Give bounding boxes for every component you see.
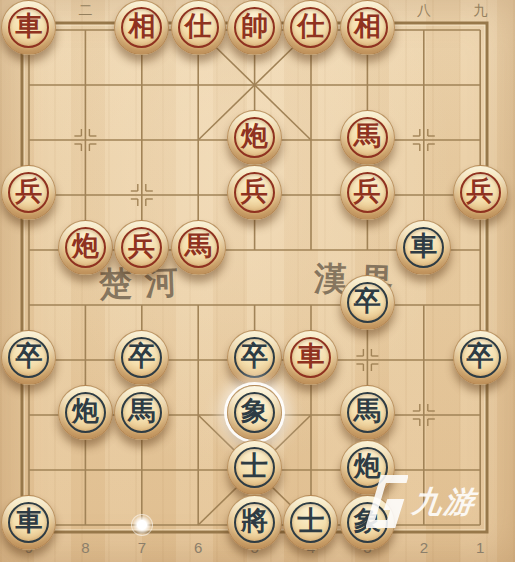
piece-red-horse[interactable]: 馬 <box>171 220 226 275</box>
piece-black-cannon[interactable]: 炮 <box>58 385 113 440</box>
piece-glyph: 兵 <box>15 178 42 205</box>
piece-ring: 兵 <box>8 172 49 213</box>
piece-glyph: 馬 <box>128 398 155 425</box>
piece-ring: 卒 <box>460 337 501 378</box>
piece-glyph: 將 <box>241 508 268 535</box>
piece-black-pawn[interactable]: 卒 <box>114 330 169 385</box>
piece-glyph: 兵 <box>241 178 268 205</box>
piece-black-chariot[interactable]: 車 <box>1 495 56 550</box>
piece-ring: 車 <box>8 502 49 543</box>
piece-ring: 馬 <box>178 227 219 268</box>
piece-black-pawn[interactable]: 卒 <box>1 330 56 385</box>
piece-glyph: 仕 <box>185 13 212 40</box>
piece-ring: 兵 <box>121 227 162 268</box>
piece-ring: 兵 <box>234 172 275 213</box>
piece-black-cannon[interactable]: 炮 <box>340 440 395 495</box>
piece-black-pawn[interactable]: 卒 <box>340 275 395 330</box>
piece-ring: 象 <box>234 392 275 433</box>
piece-glyph: 炮 <box>354 453 381 480</box>
piece-ring: 卒 <box>8 337 49 378</box>
piece-ring: 馬 <box>347 392 388 433</box>
piece-ring: 車 <box>290 337 331 378</box>
piece-black-pawn[interactable]: 卒 <box>453 330 508 385</box>
piece-red-pawn[interactable]: 兵 <box>340 165 395 220</box>
piece-glyph: 帥 <box>241 13 268 40</box>
piece-ring: 兵 <box>347 172 388 213</box>
piece-red-chariot[interactable]: 車 <box>1 0 56 55</box>
piece-ring: 卒 <box>347 282 388 323</box>
piece-glyph: 炮 <box>72 233 99 260</box>
piece-glyph: 卒 <box>128 343 155 370</box>
piece-ring: 相 <box>347 7 388 48</box>
piece-glyph: 車 <box>410 233 437 260</box>
piece-red-pawn[interactable]: 兵 <box>453 165 508 220</box>
piece-glyph: 馬 <box>185 233 212 260</box>
piece-glyph: 卒 <box>15 343 42 370</box>
piece-ring: 卒 <box>121 337 162 378</box>
piece-red-pawn[interactable]: 兵 <box>1 165 56 220</box>
piece-ring: 馬 <box>121 392 162 433</box>
piece-black-advisor[interactable]: 士 <box>283 495 338 550</box>
piece-black-advisor[interactable]: 士 <box>227 440 282 495</box>
piece-ring: 士 <box>234 447 275 488</box>
piece-glyph: 炮 <box>72 398 99 425</box>
piece-red-elephant[interactable]: 相 <box>114 0 169 55</box>
piece-ring: 仕 <box>178 7 219 48</box>
piece-glyph: 相 <box>354 13 381 40</box>
piece-ring: 相 <box>121 7 162 48</box>
piece-red-elephant[interactable]: 相 <box>340 0 395 55</box>
piece-glyph: 象 <box>241 398 268 425</box>
piece-ring: 炮 <box>65 227 106 268</box>
piece-black-horse[interactable]: 馬 <box>340 385 395 440</box>
piece-glyph: 卒 <box>241 343 268 370</box>
piece-black-elephant[interactable]: 象 <box>227 385 282 440</box>
piece-ring: 兵 <box>460 172 501 213</box>
piece-ring: 車 <box>8 7 49 48</box>
piece-glyph: 馬 <box>354 123 381 150</box>
piece-red-chariot[interactable]: 車 <box>283 330 338 385</box>
piece-ring: 炮 <box>65 392 106 433</box>
move-target-dot[interactable] <box>131 514 153 536</box>
piece-black-horse[interactable]: 馬 <box>114 385 169 440</box>
piece-black-general[interactable]: 將 <box>227 495 282 550</box>
piece-ring: 將 <box>234 502 275 543</box>
piece-glyph: 象 <box>354 508 381 535</box>
piece-red-advisor[interactable]: 仕 <box>171 0 226 55</box>
xiangqi-board: 一二三四五六七八九 987654321 楚河 漢界 車相仕帥仕相炮馬兵兵兵兵炮兵… <box>0 0 515 562</box>
piece-ring: 馬 <box>347 117 388 158</box>
piece-red-cannon[interactable]: 炮 <box>227 110 282 165</box>
piece-red-pawn[interactable]: 兵 <box>227 165 282 220</box>
piece-ring: 炮 <box>347 447 388 488</box>
piece-glyph: 車 <box>15 13 42 40</box>
piece-ring: 炮 <box>234 117 275 158</box>
piece-ring: 卒 <box>234 337 275 378</box>
piece-black-elephant[interactable]: 象 <box>340 495 395 550</box>
piece-black-pawn[interactable]: 卒 <box>227 330 282 385</box>
piece-ring: 象 <box>347 502 388 543</box>
piece-glyph: 仕 <box>297 13 324 40</box>
piece-ring: 士 <box>290 502 331 543</box>
piece-glyph: 卒 <box>354 288 381 315</box>
piece-red-cannon[interactable]: 炮 <box>58 220 113 275</box>
piece-glyph: 卒 <box>467 343 494 370</box>
piece-glyph: 士 <box>241 453 268 480</box>
piece-glyph: 兵 <box>128 233 155 260</box>
piece-black-chariot[interactable]: 車 <box>396 220 451 275</box>
pieces-layer: 車相仕帥仕相炮馬兵兵兵兵炮兵馬車卒卒卒卒車卒炮馬象馬士炮車將士象 <box>1 3 509 553</box>
piece-glyph: 炮 <box>241 123 268 150</box>
piece-glyph: 車 <box>15 508 42 535</box>
piece-glyph: 士 <box>297 508 324 535</box>
piece-glyph: 兵 <box>467 178 494 205</box>
piece-red-horse[interactable]: 馬 <box>340 110 395 165</box>
piece-ring: 車 <box>403 227 444 268</box>
piece-glyph: 相 <box>128 13 155 40</box>
piece-glyph: 馬 <box>354 398 381 425</box>
piece-ring: 帥 <box>234 7 275 48</box>
piece-red-general[interactable]: 帥 <box>227 0 282 55</box>
piece-ring: 仕 <box>290 7 331 48</box>
piece-red-advisor[interactable]: 仕 <box>283 0 338 55</box>
piece-glyph: 車 <box>297 343 324 370</box>
piece-glyph: 兵 <box>354 178 381 205</box>
piece-red-pawn[interactable]: 兵 <box>114 220 169 275</box>
